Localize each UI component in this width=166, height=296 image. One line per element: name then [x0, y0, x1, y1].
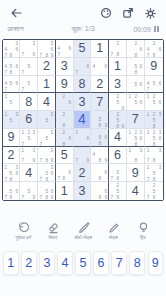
- given-digit: 3: [74, 182, 91, 200]
- cell-r4c9[interactable]: 1256: [145, 93, 163, 111]
- given-digit: 1: [56, 182, 73, 200]
- hint-button[interactable]: हिंट: [129, 221, 157, 242]
- cell-r3c9[interactable]: 4567: [145, 76, 163, 94]
- cell-r2c4[interactable]: 3: [56, 58, 74, 76]
- pencil-notes: 68: [91, 164, 108, 181]
- pencil-icon: [107, 221, 120, 234]
- cell-r8c3[interactable]: 35678: [38, 164, 56, 182]
- top-bar: [0, 0, 166, 21]
- numpad-5[interactable]: 5: [75, 251, 91, 275]
- cell-r6c8[interactable]: 123568: [127, 129, 145, 147]
- cell-r6c3[interactable]: 357: [38, 129, 56, 147]
- pencil-notes: 135: [3, 111, 20, 128]
- cell-r2c1[interactable]: 45678: [3, 58, 21, 76]
- numpad-2[interactable]: 2: [21, 251, 37, 275]
- cell-r4c2[interactable]: 8: [20, 93, 38, 111]
- cell-r1c7[interactable]: 278: [109, 40, 127, 58]
- cell-r4c8[interactable]: 1256: [127, 93, 145, 111]
- cell-r7c2[interactable]: 1379: [20, 147, 38, 165]
- pencil-notes: 16: [74, 129, 91, 146]
- pencil-notes: 689: [91, 182, 108, 200]
- cell-r6c9[interactable]: 123568: [145, 129, 163, 147]
- undo-icon: [17, 221, 30, 234]
- cell-r8c5[interactable]: 2: [74, 164, 92, 182]
- cell-r3c3[interactable]: 1: [38, 76, 56, 94]
- notes-label: नोट्स: [108, 235, 117, 240]
- cell-r1c6[interactable]: 1: [91, 40, 109, 58]
- pencil-notes: 13578: [145, 164, 163, 181]
- pencil-notes: 578: [109, 164, 126, 181]
- pencil-notes: 5678: [3, 182, 20, 200]
- cell-r2c8[interactable]: 568: [127, 58, 145, 76]
- auto-notes-icon: [77, 221, 90, 234]
- cell-r1c3[interactable]: 36789: [38, 40, 56, 58]
- pencil-notes: 2578: [109, 182, 126, 200]
- cell-r5c5[interactable]: 4: [74, 111, 92, 129]
- cell-r9c3[interactable]: 56789: [38, 182, 56, 200]
- cell-r9c6[interactable]: 689: [91, 182, 109, 200]
- pencil-notes: 57: [20, 76, 37, 93]
- cell-r5c1[interactable]: 135: [3, 111, 21, 129]
- timer: 00:09: [133, 26, 159, 33]
- given-digit: 1: [91, 40, 108, 57]
- mistakes-label: चूक: 1/3: [71, 25, 94, 33]
- pencil-notes: 1379: [20, 147, 37, 164]
- pencil-notes: 138: [127, 147, 144, 164]
- cell-r7c3[interactable]: 3789: [38, 147, 56, 165]
- cell-r2c3[interactable]: 2: [38, 58, 56, 76]
- user-digit: 4: [74, 111, 91, 128]
- numpad-1[interactable]: 1: [3, 251, 19, 275]
- pencil-notes: 4567: [3, 76, 20, 93]
- pencil-notes: 259: [109, 93, 126, 110]
- notes-button[interactable]: नोट्स: [99, 221, 127, 242]
- cell-r1c5[interactable]: 5: [74, 40, 92, 58]
- erase-button[interactable]: मिटाएं: [39, 221, 67, 242]
- given-digit: 9: [127, 164, 144, 181]
- cell-r4c1[interactable]: 15: [3, 93, 21, 111]
- numpad: 123456789: [3, 251, 163, 275]
- pencil-notes: 4567: [145, 76, 163, 93]
- cell-r6c2[interactable]: 12357: [20, 129, 38, 147]
- cell-r2c6[interactable]: 46: [91, 58, 109, 76]
- cell-r4c3[interactable]: 4: [38, 93, 56, 111]
- cell-r8c7[interactable]: 578: [109, 164, 127, 182]
- pencil-notes: 489: [91, 147, 108, 164]
- cell-r3c8[interactable]: 56: [127, 76, 145, 94]
- cell-r3c7[interactable]: 3: [109, 76, 127, 94]
- pencil-notes: 123568: [127, 129, 144, 146]
- pencil-notes: 357: [38, 129, 55, 146]
- cell-r1c8[interactable]: 268: [127, 40, 145, 58]
- pencil-notes: 57: [20, 58, 37, 75]
- pause-icon[interactable]: [154, 26, 159, 32]
- cell-r1c2[interactable]: 379: [20, 40, 38, 58]
- cell-r6c5[interactable]: 16: [74, 129, 92, 147]
- pencil-notes: 678: [56, 164, 73, 181]
- cell-r5c7[interactable]: 2589: [109, 111, 127, 129]
- back-arrow-icon[interactable]: [9, 6, 23, 20]
- given-digit: 7: [127, 111, 144, 128]
- given-digit: 1: [109, 58, 126, 75]
- pencil-notes: 2578: [145, 182, 163, 200]
- given-digit: 6: [20, 111, 37, 128]
- hint-bulb-icon: [137, 221, 150, 234]
- palette-icon[interactable]: [100, 7, 112, 19]
- given-digit: 8: [20, 93, 37, 110]
- pencil-notes: 589: [91, 111, 108, 128]
- undo-button[interactable]: पूर्ववत करें: [9, 221, 37, 242]
- difficulty-label: आसान: [7, 25, 24, 33]
- pencil-notes: 568: [91, 129, 108, 146]
- sudoku-board: 3467837936789467512782682467845678572367…: [2, 39, 164, 201]
- given-digit: 3: [56, 58, 73, 75]
- pencil-notes: 46: [91, 58, 108, 75]
- cell-r3c4[interactable]: 9: [56, 76, 74, 94]
- numpad-8[interactable]: 8: [129, 251, 145, 275]
- cell-r7c6[interactable]: 489: [91, 147, 109, 165]
- undo-label: पूर्ववत करें: [15, 235, 31, 240]
- timer-value: 00:09: [133, 26, 151, 33]
- pencil-notes: 24678: [145, 40, 163, 57]
- cell-r8c9[interactable]: 13578: [145, 164, 163, 182]
- pencil-notes: 34678: [3, 40, 20, 57]
- cell-r8c2[interactable]: 4: [20, 164, 38, 182]
- pencil-notes: 1256: [145, 93, 163, 110]
- cell-r6c7[interactable]: 4: [109, 129, 127, 147]
- cell-r4c6[interactable]: 7: [91, 93, 109, 111]
- cell-r4c4[interactable]: 26: [56, 93, 74, 111]
- given-digit: 4: [38, 93, 55, 110]
- hint-label: हिंट: [140, 235, 146, 240]
- numpad-4[interactable]: 4: [57, 251, 73, 275]
- cell-r2c5[interactable]: 67: [74, 58, 92, 76]
- pencil-notes: 79: [74, 147, 91, 164]
- numpad-9[interactable]: 9: [148, 251, 164, 275]
- pencil-notes: 35: [38, 111, 55, 128]
- cell-r7c8[interactable]: 138: [127, 147, 145, 165]
- toolbar: पूर्ववत करें मिटाएं ऑटो नोट्स नोट्स हिंट: [9, 221, 157, 242]
- cell-r5c2[interactable]: 6: [20, 111, 38, 129]
- cell-r2c2[interactable]: 57: [20, 58, 38, 76]
- pencil-notes: 15: [3, 93, 20, 110]
- cell-r1c9[interactable]: 24678: [145, 40, 163, 58]
- cell-r9c9[interactable]: 2578: [145, 182, 163, 200]
- cell-r5c8[interactable]: 7: [127, 111, 145, 129]
- cell-r8c1[interactable]: 135678: [3, 164, 21, 182]
- cell-r2c7[interactable]: 1: [109, 58, 127, 76]
- cell-r4c5[interactable]: 3: [74, 93, 92, 111]
- given-digit: 9: [3, 129, 20, 146]
- cell-r8c8[interactable]: 9: [127, 164, 145, 182]
- cell-r7c9[interactable]: 1378: [145, 147, 163, 165]
- cell-r3c1[interactable]: 4567: [3, 76, 21, 94]
- pencil-notes: 12357: [20, 129, 37, 146]
- cell-r5c6[interactable]: 589: [91, 111, 109, 129]
- pencil-notes: 278: [109, 40, 126, 57]
- pencil-notes: 268: [127, 40, 144, 57]
- pencil-notes: 568: [127, 58, 144, 75]
- given-digit: 5: [56, 147, 73, 164]
- cell-r8c6[interactable]: 68: [91, 164, 109, 182]
- pencil-notes: 12358: [145, 111, 163, 128]
- numpad-6[interactable]: 6: [93, 251, 109, 275]
- given-digit: 4: [20, 164, 37, 181]
- cell-r9c4[interactable]: 1: [56, 182, 74, 200]
- cell-r9c2[interactable]: 579: [20, 182, 38, 200]
- top-right-icons: [100, 7, 157, 20]
- export-icon[interactable]: [122, 7, 134, 19]
- cell-r7c4[interactable]: 5: [56, 147, 74, 165]
- pencil-notes: 35678: [38, 164, 55, 181]
- cell-r9c5[interactable]: 3: [74, 182, 92, 200]
- pencil-notes: 579: [20, 182, 37, 200]
- cell-r7c5[interactable]: 79: [74, 147, 92, 165]
- given-digit: 2: [74, 164, 91, 181]
- given-digit: 3: [109, 76, 126, 93]
- given-digit: 2: [3, 147, 20, 164]
- cell-r8c4[interactable]: 678: [56, 164, 74, 182]
- cell-r2c9[interactable]: 9: [145, 58, 163, 76]
- cell-r9c7[interactable]: 2578: [109, 182, 127, 200]
- given-digit: 9: [56, 76, 73, 93]
- pencil-notes: 3789: [38, 147, 55, 164]
- cell-r6c4[interactable]: 268: [56, 129, 74, 147]
- given-digit: 4: [109, 129, 126, 146]
- cell-r4c7[interactable]: 259: [109, 93, 127, 111]
- cell-r3c6[interactable]: 2: [91, 76, 109, 94]
- cell-r5c3[interactable]: 35: [38, 111, 56, 129]
- given-digit: 2: [38, 58, 55, 75]
- pencil-notes: 67: [74, 58, 91, 75]
- numpad-3[interactable]: 3: [39, 251, 55, 275]
- given-digit: 5: [74, 40, 91, 57]
- eraser-icon: [47, 221, 60, 234]
- given-digit: 2: [91, 76, 108, 93]
- pencil-notes: 26: [56, 93, 73, 110]
- cell-r5c4[interactable]: 28: [56, 111, 74, 129]
- cell-r1c1[interactable]: 34678: [3, 40, 21, 58]
- pencil-notes: 379: [20, 40, 37, 57]
- cell-r6c1[interactable]: 9: [3, 129, 21, 147]
- settings-gear-icon[interactable]: [144, 7, 157, 20]
- cell-r7c1[interactable]: 2: [3, 147, 21, 165]
- pencil-notes: 123568: [145, 129, 163, 146]
- given-digit: 7: [91, 93, 108, 110]
- cell-r6c6[interactable]: 568: [91, 129, 109, 147]
- cell-r3c2[interactable]: 57: [20, 76, 38, 94]
- cell-r7c7[interactable]: 6: [109, 147, 127, 165]
- erase-label: मिटाएं: [49, 235, 58, 240]
- pencil-notes: 1256: [127, 93, 144, 110]
- cell-r1c4[interactable]: 467: [56, 40, 74, 58]
- pencil-notes: 135678: [3, 164, 20, 181]
- cell-r5c9[interactable]: 12358: [145, 111, 163, 129]
- pencil-notes: 56: [127, 76, 144, 93]
- pencil-notes: 2589: [109, 111, 126, 128]
- given-digit: 4: [127, 182, 144, 200]
- auto-notes-button[interactable]: ऑटो नोट्स: [69, 221, 97, 242]
- pencil-notes: 45678: [3, 58, 20, 75]
- status-row: आसान चूक: 1/3 00:09: [0, 21, 166, 33]
- pencil-notes: 268: [56, 129, 73, 146]
- given-digit: 8: [74, 76, 91, 93]
- cell-r9c1[interactable]: 5678: [3, 182, 21, 200]
- cell-r9c8[interactable]: 4: [127, 182, 145, 200]
- pencil-notes: 1378: [145, 147, 163, 164]
- given-digit: 6: [109, 147, 126, 164]
- given-digit: 1: [38, 76, 55, 93]
- given-digit: 9: [145, 58, 163, 75]
- pencil-notes: 28: [56, 111, 73, 128]
- pencil-notes: 467: [56, 40, 73, 57]
- given-digit: 3: [74, 93, 91, 110]
- cell-r3c5[interactable]: 8: [74, 76, 92, 94]
- pencil-notes: 56789: [38, 182, 55, 200]
- pencil-notes: 36789: [38, 40, 55, 57]
- auto-notes-label: ऑटो नोट्स: [74, 235, 92, 240]
- numpad-7[interactable]: 7: [111, 251, 127, 275]
